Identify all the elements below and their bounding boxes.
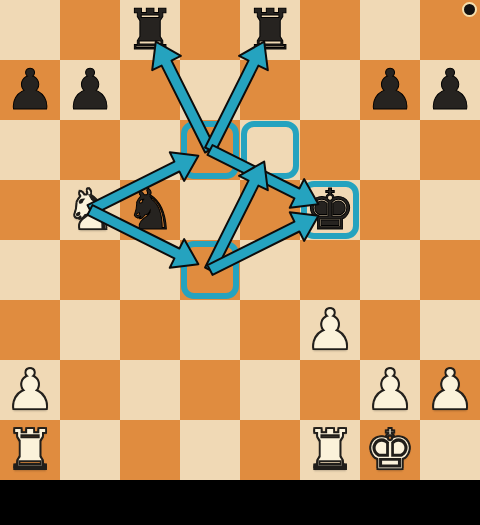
black-pawn-a7[interactable]: ♟ <box>0 60 60 120</box>
square-a7[interactable]: ♟ <box>0 60 60 120</box>
white-king-g1[interactable]: ♚ <box>360 420 420 480</box>
square-f3[interactable]: ♟ <box>300 300 360 360</box>
square-c2[interactable] <box>120 360 180 420</box>
highlight-d6 <box>181 121 239 179</box>
square-g5[interactable] <box>360 180 420 240</box>
white-pawn-a2[interactable]: ♟ <box>0 360 60 420</box>
white-pawn-f3[interactable]: ♟ <box>300 300 360 360</box>
square-b7[interactable]: ♟ <box>60 60 120 120</box>
black-rook-e8[interactable]: ♜ <box>240 0 300 60</box>
square-h1[interactable] <box>420 420 480 480</box>
square-b3[interactable] <box>60 300 120 360</box>
square-f1[interactable]: ♜ <box>300 420 360 480</box>
square-g7[interactable]: ♟ <box>360 60 420 120</box>
square-g8[interactable] <box>360 0 420 60</box>
chess-app: ♜♜♟♟♟♟♞♞♚♟♟♟♟♜♜♚ <box>0 0 480 525</box>
square-a8[interactable] <box>0 0 60 60</box>
square-h5[interactable] <box>420 180 480 240</box>
square-e5[interactable] <box>240 180 300 240</box>
highlight-d4 <box>181 241 239 299</box>
square-h2[interactable]: ♟ <box>420 360 480 420</box>
square-b8[interactable] <box>60 0 120 60</box>
square-e3[interactable] <box>240 300 300 360</box>
square-d7[interactable] <box>180 60 240 120</box>
square-g3[interactable] <box>360 300 420 360</box>
square-d4[interactable] <box>180 240 240 300</box>
square-e6[interactable] <box>240 120 300 180</box>
square-h7[interactable]: ♟ <box>420 60 480 120</box>
square-f6[interactable] <box>300 120 360 180</box>
white-pawn-h2[interactable]: ♟ <box>420 360 480 420</box>
square-b5[interactable]: ♞ <box>60 180 120 240</box>
square-c5[interactable]: ♞ <box>120 180 180 240</box>
square-a5[interactable] <box>0 180 60 240</box>
square-a3[interactable] <box>0 300 60 360</box>
square-c6[interactable] <box>120 120 180 180</box>
square-c7[interactable] <box>120 60 180 120</box>
square-e7[interactable] <box>240 60 300 120</box>
square-h4[interactable] <box>420 240 480 300</box>
square-f4[interactable] <box>300 240 360 300</box>
square-d1[interactable] <box>180 420 240 480</box>
square-a4[interactable] <box>0 240 60 300</box>
black-king-f5[interactable]: ♚ <box>300 180 360 240</box>
black-pawn-h7[interactable]: ♟ <box>420 60 480 120</box>
square-b1[interactable] <box>60 420 120 480</box>
square-h3[interactable] <box>420 300 480 360</box>
square-g2[interactable]: ♟ <box>360 360 420 420</box>
square-c3[interactable] <box>120 300 180 360</box>
square-f5[interactable]: ♚ <box>300 180 360 240</box>
square-c4[interactable] <box>120 240 180 300</box>
black-pawn-g7[interactable]: ♟ <box>360 60 420 120</box>
black-knight-c5[interactable]: ♞ <box>120 180 180 240</box>
chess-board: ♜♜♟♟♟♟♞♞♚♟♟♟♟♜♜♚ <box>0 0 480 480</box>
square-a1[interactable]: ♜ <box>0 420 60 480</box>
square-h6[interactable] <box>420 120 480 180</box>
square-f8[interactable] <box>300 0 360 60</box>
square-f7[interactable] <box>300 60 360 120</box>
square-c8[interactable]: ♜ <box>120 0 180 60</box>
square-a6[interactable] <box>0 120 60 180</box>
highlight-e6 <box>241 121 299 179</box>
square-b4[interactable] <box>60 240 120 300</box>
square-d2[interactable] <box>180 360 240 420</box>
square-g1[interactable]: ♚ <box>360 420 420 480</box>
square-f2[interactable] <box>300 360 360 420</box>
square-e2[interactable] <box>240 360 300 420</box>
black-pawn-b7[interactable]: ♟ <box>60 60 120 120</box>
square-g6[interactable] <box>360 120 420 180</box>
white-rook-f1[interactable]: ♜ <box>300 420 360 480</box>
square-d3[interactable] <box>180 300 240 360</box>
square-e4[interactable] <box>240 240 300 300</box>
square-b6[interactable] <box>60 120 120 180</box>
square-e8[interactable]: ♜ <box>240 0 300 60</box>
white-pawn-g2[interactable]: ♟ <box>360 360 420 420</box>
square-b2[interactable] <box>60 360 120 420</box>
white-knight-b5[interactable]: ♞ <box>60 180 120 240</box>
square-d8[interactable] <box>180 0 240 60</box>
black-to-move-indicator <box>462 2 477 17</box>
square-g4[interactable] <box>360 240 420 300</box>
square-d5[interactable] <box>180 180 240 240</box>
square-a2[interactable]: ♟ <box>0 360 60 420</box>
white-rook-a1[interactable]: ♜ <box>0 420 60 480</box>
black-rook-c8[interactable]: ♜ <box>120 0 180 60</box>
bottom-bar <box>0 480 480 525</box>
square-d6[interactable] <box>180 120 240 180</box>
square-c1[interactable] <box>120 420 180 480</box>
square-e1[interactable] <box>240 420 300 480</box>
